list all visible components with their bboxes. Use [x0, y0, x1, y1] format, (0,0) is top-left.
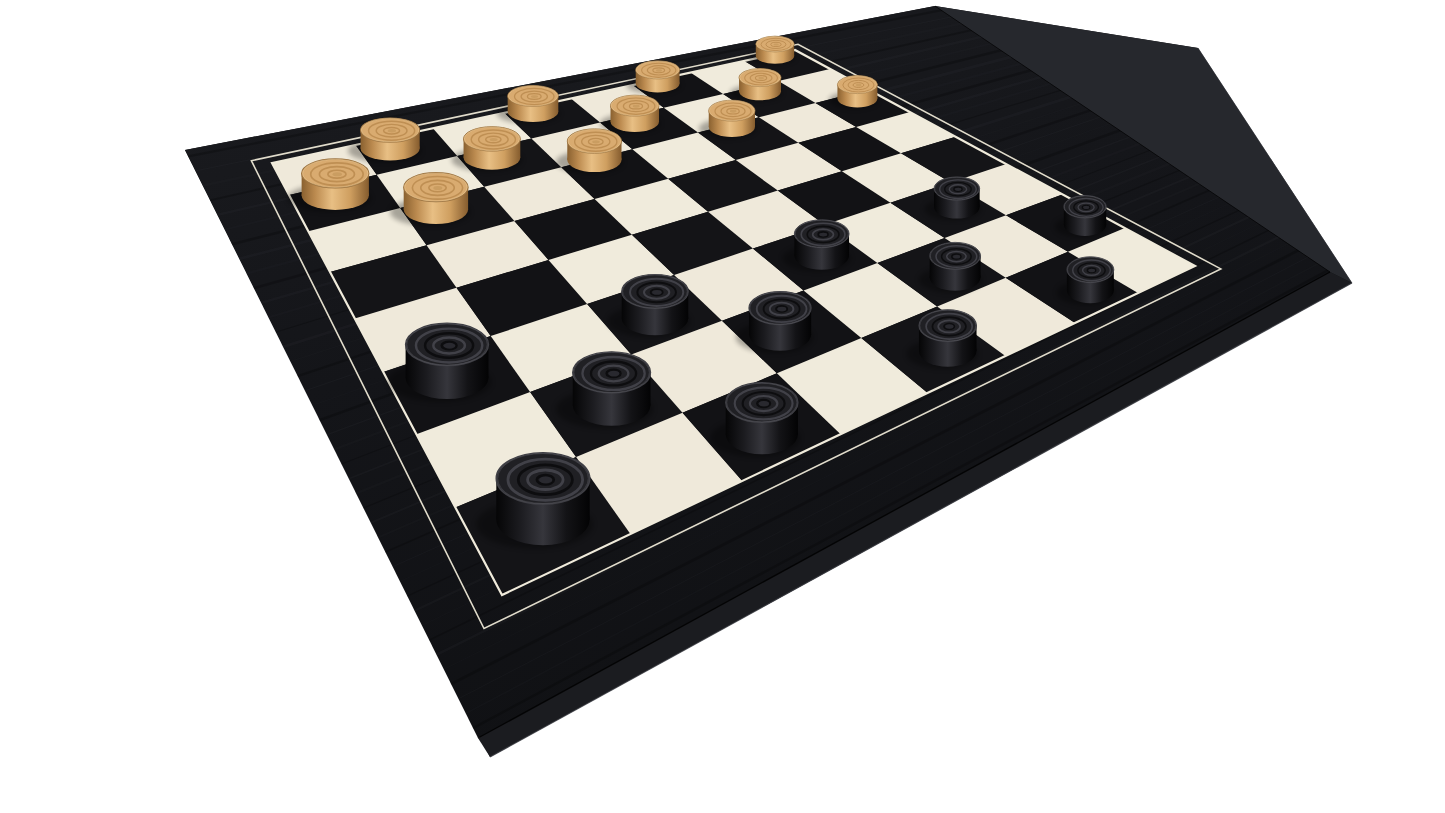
- piece-centre: [730, 110, 736, 113]
- piece-centre: [444, 343, 456, 349]
- piece-centre: [539, 476, 552, 483]
- piece-centre: [758, 77, 764, 80]
- piece-centre: [953, 255, 960, 259]
- piece-centre: [773, 43, 778, 45]
- piece-centre: [1088, 269, 1095, 273]
- piece-centre: [955, 188, 961, 191]
- piece-centre: [592, 140, 600, 143]
- checkers-board-photo: [0, 0, 1445, 813]
- piece-centre: [820, 233, 828, 237]
- piece-centre: [531, 95, 538, 98]
- piece-centre: [759, 401, 769, 407]
- piece-centre: [778, 307, 787, 312]
- piece-centre: [633, 105, 640, 108]
- piece-centre: [656, 69, 662, 72]
- piece-centre: [609, 371, 620, 377]
- piece-centre: [1083, 206, 1089, 209]
- piece-centre: [388, 129, 396, 132]
- piece-centre: [652, 290, 661, 295]
- piece-centre: [490, 138, 498, 141]
- piece-centre: [433, 186, 442, 190]
- piece-centre: [945, 324, 953, 328]
- piece-centre: [333, 172, 342, 176]
- piece-centre: [856, 84, 862, 87]
- photo-stage: [0, 0, 1445, 813]
